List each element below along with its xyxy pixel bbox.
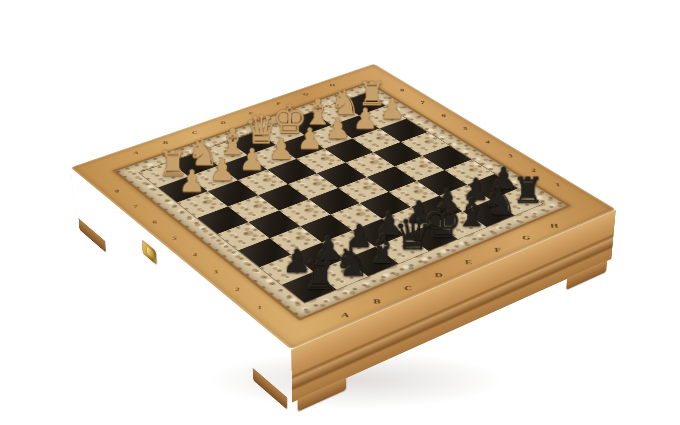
rank-label: 8 bbox=[400, 88, 404, 92]
file-label: E bbox=[465, 259, 473, 265]
case-foot bbox=[566, 260, 607, 290]
file-label: C bbox=[404, 285, 412, 292]
file-label: G bbox=[303, 92, 309, 96]
file-label: D bbox=[220, 121, 226, 125]
file-label: F bbox=[494, 247, 501, 253]
light-pawn-piece[interactable]: ♟ bbox=[297, 124, 323, 153]
light-pawn-piece[interactable]: ♟ bbox=[239, 145, 266, 175]
file-label: H bbox=[329, 83, 335, 87]
light-pawn-piece[interactable]: ♟ bbox=[380, 95, 405, 123]
black-bishop-piece[interactable]: ♝ bbox=[365, 230, 401, 270]
rank-label: 4 bbox=[485, 140, 490, 145]
light-pawn-piece[interactable]: ♟ bbox=[179, 166, 206, 196]
file-label: E bbox=[249, 111, 254, 115]
file-label: H bbox=[550, 223, 559, 229]
rank-label: 6 bbox=[152, 220, 157, 225]
light-pawn-piece[interactable]: ♟ bbox=[268, 135, 294, 164]
file-label: A bbox=[341, 311, 349, 318]
black-knight-piece[interactable]: ♞ bbox=[334, 242, 370, 282]
rank-label: 7 bbox=[420, 100, 425, 104]
case-foot bbox=[78, 218, 105, 252]
board-frame: ♜♞♝♛♚♝♞♜♟♟♟♟♟♟♟♟♟♟♟♟♟♟♟♟♜♞♝♛♚♝♞♜ AABBCCD… bbox=[70, 64, 616, 350]
rank-label: 5 bbox=[172, 236, 177, 241]
rank-label: 3 bbox=[213, 269, 218, 274]
file-label: F bbox=[276, 102, 281, 106]
rank-label: 3 bbox=[508, 153, 513, 158]
light-pawn-piece[interactable]: ♟ bbox=[353, 105, 379, 133]
chess-set-photo: ♜♞♝♛♚♝♞♜♟♟♟♟♟♟♟♟♟♟♟♟♟♟♟♟♜♞♝♛♚♝♞♜ AABBCCD… bbox=[0, 0, 680, 425]
file-label: D bbox=[435, 272, 443, 279]
rank-label: 1 bbox=[257, 305, 262, 311]
file-label: B bbox=[373, 298, 381, 305]
light-pawn-piece[interactable]: ♟ bbox=[325, 114, 351, 143]
brass-latch-icon bbox=[142, 239, 157, 265]
rank-label: 5 bbox=[463, 126, 468, 131]
rank-label: 1 bbox=[555, 182, 561, 187]
chess-box: ♜♞♝♛♚♝♞♜♟♟♟♟♟♟♟♟♟♟♟♟♟♟♟♟♜♞♝♛♚♝♞♜ AABBCCD… bbox=[70, 64, 616, 350]
rank-label: 7 bbox=[133, 204, 138, 209]
rank-label: 8 bbox=[114, 189, 119, 194]
rank-label: 4 bbox=[192, 252, 197, 257]
black-rook-piece[interactable]: ♜ bbox=[303, 257, 338, 295]
file-label: B bbox=[163, 140, 169, 144]
rank-label: 6 bbox=[441, 113, 446, 117]
file-label: C bbox=[192, 131, 198, 135]
file-label: G bbox=[522, 234, 531, 240]
file-label: A bbox=[133, 151, 139, 155]
rank-label: 2 bbox=[235, 287, 240, 293]
light-pawn-piece[interactable]: ♟ bbox=[209, 155, 236, 185]
